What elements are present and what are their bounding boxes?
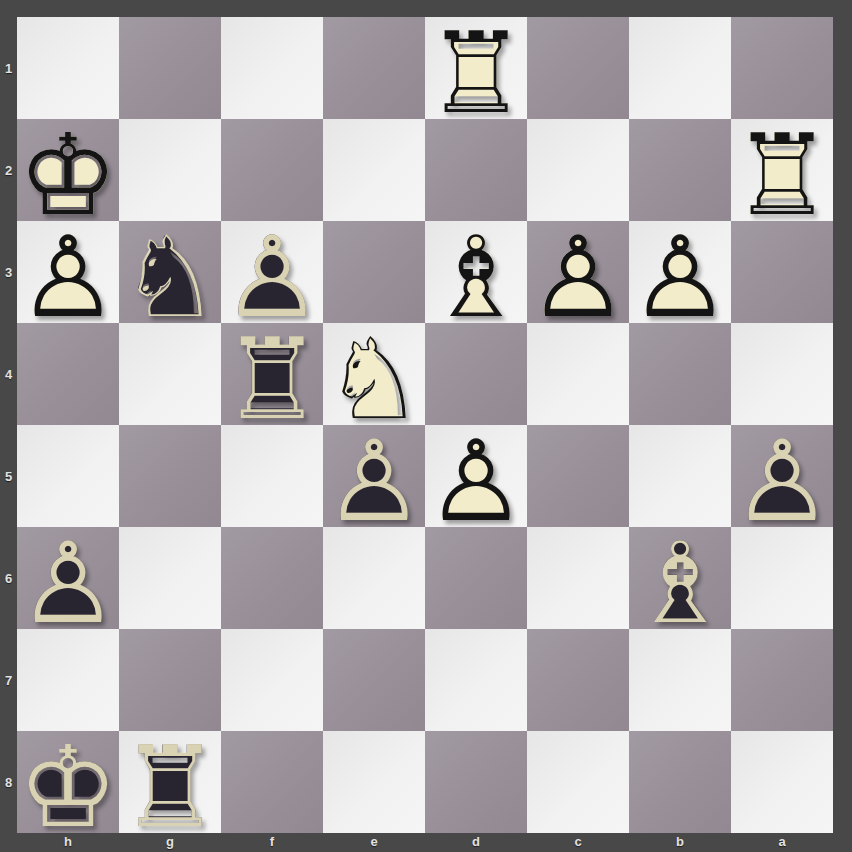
square-a8[interactable] [731,731,833,833]
square-f2[interactable] [221,119,323,221]
piece-black-knight-g3[interactable]: ♞♘ [119,221,221,323]
file-label-c: c [527,833,629,852]
rank-label-6: 6 [0,527,17,629]
square-d3[interactable]: ♝♗ [425,221,527,323]
square-c2[interactable] [527,119,629,221]
file-label-g: g [119,833,221,852]
piece-outline-layer: ♙ [17,226,119,328]
rank-label-5: 5 [0,425,17,527]
square-g8[interactable]: ♜♖ [119,731,221,833]
square-e3[interactable] [323,221,425,323]
square-f3[interactable]: ♟♙ [221,221,323,323]
square-c4[interactable] [527,323,629,425]
square-h8[interactable]: ♚♔ [17,731,119,833]
square-c8[interactable] [527,731,629,833]
square-c1[interactable] [527,17,629,119]
square-g2[interactable] [119,119,221,221]
piece-white-bishop-d3[interactable]: ♝♗ [425,221,527,323]
square-c3[interactable]: ♟♙ [527,221,629,323]
piece-black-rook-g8[interactable]: ♜♖ [119,731,221,833]
piece-outline-layer: ♙ [731,430,833,532]
piece-white-king-h2[interactable]: ♚♔ [17,119,119,221]
square-g3[interactable]: ♞♘ [119,221,221,323]
square-b6[interactable]: ♝♗ [629,527,731,629]
piece-outline-layer: ♔ [17,736,119,838]
piece-outline-layer: ♘ [119,226,221,328]
square-h7[interactable] [17,629,119,731]
rank-label-1: 1 [0,17,17,119]
square-b7[interactable] [629,629,731,731]
square-a4[interactable] [731,323,833,425]
square-e4[interactable]: ♞♘ [323,323,425,425]
square-e6[interactable] [323,527,425,629]
square-h2[interactable]: ♚♔ [17,119,119,221]
piece-outline-layer: ♖ [425,22,527,124]
square-a3[interactable] [731,221,833,323]
square-f8[interactable] [221,731,323,833]
square-h4[interactable] [17,323,119,425]
piece-outline-layer: ♙ [221,226,323,328]
square-d2[interactable] [425,119,527,221]
file-label-a: a [731,833,833,852]
file-label-b: b [629,833,731,852]
square-e8[interactable] [323,731,425,833]
piece-white-rook-d1[interactable]: ♜♖ [425,17,527,119]
chess-board: ♜♖♚♔♜♖♟♙♞♘♟♙♝♗♟♙♟♙♜♖♞♘♟♙♟♙♟♙♟♙♝♗♚♔♜♖ [17,17,833,833]
square-a7[interactable] [731,629,833,731]
piece-outline-layer: ♖ [221,328,323,430]
piece-outline-layer: ♙ [425,430,527,532]
piece-outline-layer: ♙ [17,532,119,634]
file-label-h: h [17,833,119,852]
piece-white-pawn-h3[interactable]: ♟♙ [17,221,119,323]
square-f5[interactable] [221,425,323,527]
piece-outline-layer: ♙ [323,430,425,532]
square-a2[interactable]: ♜♖ [731,119,833,221]
square-e5[interactable]: ♟♙ [323,425,425,527]
piece-white-pawn-d5[interactable]: ♟♙ [425,425,527,527]
square-d4[interactable] [425,323,527,425]
piece-outline-layer: ♗ [629,532,731,634]
rank-label-4: 4 [0,323,17,425]
piece-black-rook-f4[interactable]: ♜♖ [221,323,323,425]
file-label-d: d [425,833,527,852]
piece-black-king-h8[interactable]: ♚♔ [17,731,119,833]
file-label-e: e [323,833,425,852]
rank-label-2: 2 [0,119,17,221]
square-d1[interactable]: ♜♖ [425,17,527,119]
piece-outline-layer: ♖ [119,736,221,838]
square-c7[interactable] [527,629,629,731]
piece-outline-layer: ♙ [629,226,731,328]
square-c5[interactable] [527,425,629,527]
square-g7[interactable] [119,629,221,731]
rank-label-8: 8 [0,731,17,833]
piece-outline-layer: ♙ [527,226,629,328]
square-a1[interactable] [731,17,833,119]
square-c6[interactable] [527,527,629,629]
square-b5[interactable] [629,425,731,527]
square-a5[interactable]: ♟♙ [731,425,833,527]
piece-black-pawn-a5[interactable]: ♟♙ [731,425,833,527]
square-e7[interactable] [323,629,425,731]
piece-black-pawn-h6[interactable]: ♟♙ [17,527,119,629]
square-g4[interactable] [119,323,221,425]
square-h6[interactable]: ♟♙ [17,527,119,629]
square-b3[interactable]: ♟♙ [629,221,731,323]
square-d5[interactable]: ♟♙ [425,425,527,527]
square-a6[interactable] [731,527,833,629]
rank-label-7: 7 [0,629,17,731]
piece-outline-layer: ♘ [323,328,425,430]
piece-black-pawn-e5[interactable]: ♟♙ [323,425,425,527]
piece-white-pawn-c3[interactable]: ♟♙ [527,221,629,323]
square-d8[interactable] [425,731,527,833]
square-b2[interactable] [629,119,731,221]
piece-white-pawn-b3[interactable]: ♟♙ [629,221,731,323]
rank-label-3: 3 [0,221,17,323]
square-h1[interactable] [17,17,119,119]
square-f4[interactable]: ♜♖ [221,323,323,425]
board-frame: ♜♖♚♔♜♖♟♙♞♘♟♙♝♗♟♙♟♙♜♖♞♘♟♙♟♙♟♙♟♙♝♗♚♔♜♖ 123… [0,0,852,852]
square-g5[interactable] [119,425,221,527]
square-e1[interactable] [323,17,425,119]
square-d7[interactable] [425,629,527,731]
square-f1[interactable] [221,17,323,119]
square-b8[interactable] [629,731,731,833]
square-e2[interactable] [323,119,425,221]
square-b1[interactable] [629,17,731,119]
piece-white-rook-a2[interactable]: ♜♖ [731,119,833,221]
square-h3[interactable]: ♟♙ [17,221,119,323]
square-g1[interactable] [119,17,221,119]
piece-black-bishop-b6[interactable]: ♝♗ [629,527,731,629]
piece-white-knight-e4[interactable]: ♞♘ [323,323,425,425]
piece-outline-layer: ♗ [425,226,527,328]
piece-black-pawn-f3[interactable]: ♟♙ [221,221,323,323]
piece-outline-layer: ♖ [731,124,833,226]
square-h5[interactable] [17,425,119,527]
file-label-f: f [221,833,323,852]
square-f7[interactable] [221,629,323,731]
square-d6[interactable] [425,527,527,629]
piece-outline-layer: ♔ [17,124,119,226]
square-f6[interactable] [221,527,323,629]
square-g6[interactable] [119,527,221,629]
square-b4[interactable] [629,323,731,425]
